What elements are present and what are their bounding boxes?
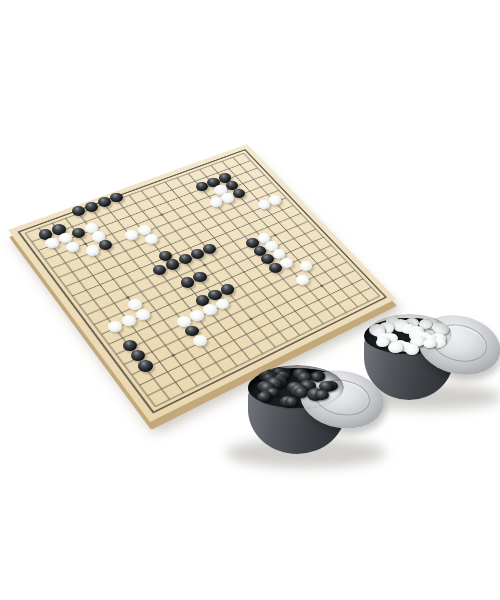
white-stone bbox=[193, 335, 207, 346]
black-stone bbox=[221, 284, 234, 295]
white-stones-heap bbox=[366, 314, 452, 356]
black-stone bbox=[138, 360, 153, 371]
black-stone bbox=[98, 197, 111, 207]
white-stone bbox=[45, 238, 58, 249]
black-stone bbox=[193, 272, 206, 282]
black-stones-heap bbox=[250, 365, 344, 410]
white-stone bbox=[86, 245, 99, 256]
black-stone bbox=[85, 202, 98, 212]
black-stone bbox=[269, 263, 282, 273]
white-stone bbox=[66, 242, 79, 253]
white-stone bbox=[269, 195, 281, 205]
black-stone bbox=[181, 277, 195, 288]
heap-inner-shadow bbox=[250, 365, 344, 410]
go-set-photo bbox=[0, 0, 500, 600]
white-stone bbox=[221, 193, 233, 203]
white-stone bbox=[122, 315, 136, 326]
white-stone bbox=[145, 234, 158, 244]
black-stone bbox=[191, 249, 204, 259]
heap-inner-shadow bbox=[366, 314, 452, 356]
white-stone bbox=[203, 304, 217, 315]
white-stone bbox=[190, 310, 204, 321]
black-stone bbox=[166, 259, 179, 269]
white-stone bbox=[108, 321, 122, 332]
black-stone bbox=[233, 189, 245, 199]
white-stone bbox=[136, 309, 150, 320]
